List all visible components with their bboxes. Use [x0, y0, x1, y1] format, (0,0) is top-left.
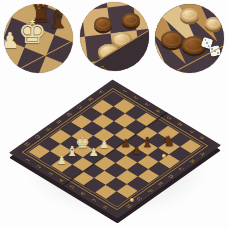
brass-latch-icon [130, 198, 134, 202]
brass-latch-icon [162, 154, 166, 158]
rank-label-left: 2 [30, 161, 47, 172]
rank-label-right: 6 [172, 119, 189, 130]
rank-label-left: 3 [41, 167, 58, 178]
product-photo[interactable]: ♜ ♝ ♟ ♚ HG [0, 0, 228, 228]
chess-piece-white-pawn: ♟ [86, 147, 102, 158]
chess-piece-black-knight: ♞ [161, 134, 177, 148]
chess-piece-white-pawn: ♟ [54, 155, 70, 166]
rank-label-right: 7 [183, 125, 200, 136]
rank-label-left: 8 [96, 201, 113, 212]
rank-label-right: 3 [139, 99, 156, 110]
rank-label-right: 8 [194, 132, 211, 143]
main-scene: AA11BB22CC33DD44EE55FF66GG77HH88 ♟♝♚♟♟♟♟… [0, 0, 228, 228]
rank-label-right: 2 [128, 92, 145, 103]
rank-label-right: 1 [117, 85, 134, 96]
rank-label-left: 1 [19, 154, 36, 165]
rank-label-right: 4 [150, 105, 167, 116]
rank-label-left: 4 [52, 174, 69, 185]
chess-piece-black-pawn: ♟ [129, 145, 145, 156]
rank-label-left: 6 [74, 187, 91, 198]
rank-label-left: 7 [85, 194, 102, 205]
